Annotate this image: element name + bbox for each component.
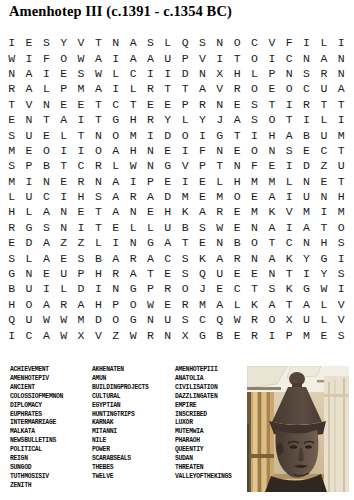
word-item: BUILDINGPROJECTS — [92, 384, 149, 393]
grid-cell-r17c16: S — [263, 281, 280, 296]
grid-cell-r13c20: O — [333, 220, 350, 235]
grid-cell-r3c16: P — [263, 66, 280, 81]
grid-cell-r1c17: F — [281, 35, 298, 50]
grid-cell-r16c8: A — [124, 266, 141, 281]
grid-cell-r19c9: N — [142, 312, 159, 327]
grid-cell-r12c8: N — [124, 204, 141, 219]
grid-cell-r20c5: X — [72, 327, 89, 342]
ceiling-groove — [247, 387, 281, 390]
grid-cell-r18c20: V — [333, 297, 350, 312]
grid-cell-r3c19: R — [315, 66, 332, 81]
word-column-3: AMENHOTEPIIIANATOLIACIVILISATIONDAZZLING… — [175, 366, 232, 482]
grid-cell-r2c9: A — [142, 50, 159, 65]
grid-cell-r4c17: O — [281, 81, 298, 96]
grid-cell-r12c20: M — [333, 204, 350, 219]
grid-cell-r20c17: P — [281, 327, 298, 342]
grid-cell-r5c4: E — [55, 97, 72, 112]
grid-cell-r2c13: I — [211, 50, 228, 65]
grid-cell-r10c7: A — [107, 174, 124, 189]
grid-cell-r18c18: A — [298, 297, 315, 312]
grid-cell-r9c14: N — [228, 158, 245, 173]
grid-cell-r9c17: I — [281, 158, 298, 173]
grid-cell-r14c20: S — [333, 235, 350, 250]
grid-cell-r11c2: U — [20, 189, 37, 204]
grid-cell-r14c13: N — [211, 235, 228, 250]
grid-cell-r19c7: O — [107, 312, 124, 327]
grid-cell-r9c1: S — [3, 158, 20, 173]
grid-cell-r7c15: I — [246, 127, 263, 142]
grid-cell-r8c7: A — [107, 143, 124, 158]
grid-cell-r11c8: R — [124, 189, 141, 204]
grid-cell-r12c16: K — [263, 204, 280, 219]
grid-cell-r13c19: T — [315, 220, 332, 235]
grid-cell-r20c12: G — [194, 327, 211, 342]
grid-cell-r10c5: R — [72, 174, 89, 189]
grid-cell-r15c18: Y — [298, 250, 315, 265]
grid-cell-r19c5: M — [72, 312, 89, 327]
grid-cell-r4c11: T — [176, 81, 193, 96]
grid-cell-r19c13: Q — [211, 312, 228, 327]
word-item: SUNGOD — [10, 464, 63, 473]
grid-cell-r13c3: S — [38, 220, 55, 235]
grid-cell-r5c2: V — [20, 97, 37, 112]
gold-column-stripe — [267, 392, 270, 492]
grid-cell-r15c14: R — [228, 250, 245, 265]
grid-cell-r14c5: Z — [72, 235, 89, 250]
grid-cell-r11c11: M — [176, 189, 193, 204]
grid-cell-r10c17: L — [281, 174, 298, 189]
grid-cell-r19c6: D — [90, 312, 107, 327]
grid-cell-r2c8: A — [124, 50, 141, 65]
grid-cell-r20c6: V — [90, 327, 107, 342]
grid-cell-r1c9: S — [142, 35, 159, 50]
grid-cell-r1c13: N — [211, 35, 228, 50]
grid-cell-r8c3: O — [38, 143, 55, 158]
grid-cell-r18c1: H — [3, 297, 20, 312]
grid-cell-r14c8: N — [124, 235, 141, 250]
grid-cell-r7c18: B — [298, 127, 315, 142]
grid-cell-r5c16: T — [263, 97, 280, 112]
word-item: TWELVE — [92, 473, 149, 482]
grid-cell-r3c7: L — [107, 66, 124, 81]
grid-cell-r16c12: Q — [194, 266, 211, 281]
word-item: EGYPTIAN — [92, 402, 149, 411]
word-item: THREATEN — [175, 464, 232, 473]
grid-cell-r11c3: C — [38, 189, 55, 204]
grid-cell-r6c11: L — [176, 112, 193, 127]
word-item: NEWSBULLETINS — [10, 437, 63, 446]
grid-cell-r9c2: P — [20, 158, 37, 173]
grid-cell-r18c17: T — [281, 297, 298, 312]
grid-cell-r9c7: L — [107, 158, 124, 173]
grid-cell-r17c5: D — [72, 281, 89, 296]
word-item: CULTURAL — [92, 393, 149, 402]
grid-cell-r16c7: R — [107, 266, 124, 281]
grid-cell-r3c11: D — [176, 66, 193, 81]
grid-cell-r18c12: M — [194, 297, 211, 312]
grid-cell-r6c18: I — [298, 112, 315, 127]
grid-cell-r5c12: R — [194, 97, 211, 112]
grid-cell-r18c11: R — [176, 297, 193, 312]
grid-cell-r14c12: E — [194, 235, 211, 250]
grid-cell-r10c19: E — [315, 174, 332, 189]
word-item: MITANNI — [92, 428, 149, 437]
grid-cell-r7c14: T — [228, 127, 245, 142]
grid-cell-r1c1: I — [3, 35, 20, 50]
grid-cell-r1c5: V — [72, 35, 89, 50]
grid-cell-r11c13: M — [211, 189, 228, 204]
gold-column-highlight — [253, 392, 257, 492]
grid-cell-r19c4: W — [55, 312, 72, 327]
grid-cell-r17c1: B — [3, 281, 20, 296]
grid-cell-r19c15: R — [246, 312, 263, 327]
grid-cell-r6c20: I — [333, 112, 350, 127]
grid-cell-r18c16: A — [263, 297, 280, 312]
word-item: ZENITH — [10, 482, 63, 491]
grid-cell-r2c15: O — [246, 50, 263, 65]
grid-cell-r3c14: H — [228, 66, 245, 81]
grid-cell-r4c12: A — [194, 81, 211, 96]
grid-cell-r10c14: H — [228, 174, 245, 189]
grid-cell-r9c16: E — [263, 158, 280, 173]
grid-cell-r19c1: Q — [3, 312, 20, 327]
grid-cell-r1c19: L — [315, 35, 332, 50]
grid-cell-r3c12: N — [194, 66, 211, 81]
grid-cell-r5c13: N — [211, 97, 228, 112]
grid-cell-r7c7: O — [107, 127, 124, 142]
grid-cell-r12c13: R — [211, 204, 228, 219]
grid-cell-r18c10: E — [159, 297, 176, 312]
grid-cell-r6c7: G — [107, 112, 124, 127]
grid-cell-r11c20: H — [333, 189, 350, 204]
grid-cell-r20c2: C — [20, 327, 37, 342]
word-item: SCARABSEALS — [92, 455, 149, 464]
word-item: AMENHOTEPIII — [175, 366, 232, 375]
word-item: COLOSSIOFMEMNON — [10, 393, 63, 402]
word-item: ANCIENT — [10, 384, 63, 393]
grid-cell-r20c18: M — [298, 327, 315, 342]
grid-cell-r13c15: N — [246, 220, 263, 235]
grid-cell-r4c10: T — [159, 81, 176, 96]
grid-cell-r10c9: P — [142, 174, 159, 189]
grid-cell-r5c3: N — [38, 97, 55, 112]
word-item: AMENHOTEPIV — [10, 375, 63, 384]
grid-cell-r5c10: E — [159, 97, 176, 112]
grid-cell-r14c3: A — [38, 235, 55, 250]
grid-cell-r1c3: S — [38, 35, 55, 50]
grid-cell-r8c15: O — [246, 143, 263, 158]
grid-cell-r13c10: U — [159, 220, 176, 235]
grid-cell-r3c4: E — [55, 66, 72, 81]
grid-cell-r13c1: R — [3, 220, 20, 235]
word-item: THEBES — [92, 464, 149, 473]
grid-cell-r7c16: H — [263, 127, 280, 142]
grid-cell-r6c12: Y — [194, 112, 211, 127]
grid-cell-r8c5: I — [72, 143, 89, 158]
grid-cell-r12c17: V — [281, 204, 298, 219]
grid-cell-r10c11: I — [176, 174, 193, 189]
grid-cell-r12c18: M — [298, 204, 315, 219]
grid-cell-r14c10: A — [159, 235, 176, 250]
grid-cell-r16c11: S — [176, 266, 193, 281]
grid-cell-r17c18: G — [298, 281, 315, 296]
word-item: DAZZLINGATEN — [175, 393, 232, 402]
grid-cell-r5c18: R — [298, 97, 315, 112]
gallery-left-edge — [247, 424, 249, 492]
grid-cell-r6c1: E — [3, 112, 20, 127]
grid-cell-r3c13: X — [211, 66, 228, 81]
grid-cell-r19c2: U — [20, 312, 37, 327]
grid-cell-r5c20: T — [333, 97, 350, 112]
grid-cell-r3c17: N — [281, 66, 298, 81]
grid-cell-r19c10: U — [159, 312, 176, 327]
grid-cell-r20c11: X — [176, 327, 193, 342]
grid-cell-r9c20: U — [333, 158, 350, 173]
word-item: SUDAN — [175, 455, 232, 464]
grid-cell-r10c10: E — [159, 174, 176, 189]
grid-cell-r6c8: H — [124, 112, 141, 127]
grid-cell-r7c11: O — [176, 127, 193, 142]
grid-cell-r6c19: L — [315, 112, 332, 127]
grid-cell-r4c18: C — [298, 81, 315, 96]
grid-cell-r10c2: I — [20, 174, 37, 189]
grid-cell-r7c4: L — [55, 127, 72, 142]
grid-cell-r9c3: B — [38, 158, 55, 173]
grid-cell-r16c17: T — [281, 266, 298, 281]
grid-cell-r20c3: A — [38, 327, 55, 342]
grid-cell-r16c13: U — [211, 266, 228, 281]
grid-cell-r14c6: L — [90, 235, 107, 250]
grid-cell-r13c16: A — [263, 220, 280, 235]
grid-cell-r17c8: G — [124, 281, 141, 296]
grid-cell-r2c10: U — [159, 50, 176, 65]
grid-cell-r11c15: E — [246, 189, 263, 204]
grid-cell-r18c19: L — [315, 297, 332, 312]
grid-cell-r2c7: I — [107, 50, 124, 65]
word-item: REIGN — [10, 455, 63, 464]
grid-cell-r20c1: I — [3, 327, 20, 342]
grid-cell-r20c20: S — [333, 327, 350, 342]
grid-cell-r17c3: I — [38, 281, 55, 296]
grid-cell-r5c11: P — [176, 97, 193, 112]
grid-cell-r15c8: R — [124, 250, 141, 265]
word-item: QUEENTIY — [175, 446, 232, 455]
grid-cell-r7c13: G — [211, 127, 228, 142]
grid-cell-r7c2: U — [20, 127, 37, 142]
grid-cell-r3c20: N — [333, 66, 350, 81]
word-item: DIPLOMACY — [10, 402, 63, 411]
grid-cell-r11c4: I — [55, 189, 72, 204]
grid-cell-r15c1: S — [3, 250, 20, 265]
word-item: INTERMARRIAGE — [10, 419, 63, 428]
grid-cell-r18c15: K — [246, 297, 263, 312]
grid-cell-r7c17: A — [281, 127, 298, 142]
grid-cell-r6c13: J — [211, 112, 228, 127]
grid-cell-r3c8: C — [124, 66, 141, 81]
word-item: MUTEMWIA — [175, 428, 232, 437]
grid-cell-r14c18: N — [298, 235, 315, 250]
grid-cell-r13c11: B — [176, 220, 193, 235]
grid-cell-r1c12: S — [194, 35, 211, 50]
grid-cell-r11c19: N — [315, 189, 332, 204]
grid-cell-r13c12: S — [194, 220, 211, 235]
word-item: MALKATA — [10, 428, 63, 437]
grid-cell-r8c17: S — [281, 143, 298, 158]
grid-cell-r18c9: W — [142, 297, 159, 312]
grid-cell-r2c18: N — [298, 50, 315, 65]
grid-cell-r14c4: Z — [55, 235, 72, 250]
word-item: POLITICAL — [10, 446, 63, 455]
grid-cell-r2c19: A — [315, 50, 332, 65]
grid-cell-r6c17: T — [281, 112, 298, 127]
grid-cell-r2c12: V — [194, 50, 211, 65]
grid-cell-r17c17: K — [281, 281, 298, 296]
grid-cell-r13c13: W — [211, 220, 228, 235]
word-item: TUTHMOSISIV — [10, 473, 63, 482]
grid-cell-r3c10: I — [159, 66, 176, 81]
grid-cell-r1c8: A — [124, 35, 141, 50]
grid-cell-r3c3: I — [38, 66, 55, 81]
grid-cell-r2c2: I — [20, 50, 37, 65]
grid-cell-r9c4: T — [55, 158, 72, 173]
grid-cell-r14c19: H — [315, 235, 332, 250]
statue-eye — [305, 445, 312, 448]
grid-cell-r15c11: S — [176, 250, 193, 265]
grid-cell-r6c9: R — [142, 112, 159, 127]
word-item: EUPHRATES — [10, 411, 63, 420]
grid-cell-r14c11: T — [176, 235, 193, 250]
grid-cell-r5c1: T — [3, 97, 20, 112]
grid-cell-r10c16: M — [263, 174, 280, 189]
grid-cell-r18c13: A — [211, 297, 228, 312]
grid-cell-r13c2: G — [20, 220, 37, 235]
grid-cell-r4c14: R — [228, 81, 245, 96]
grid-cell-r8c10: E — [159, 143, 176, 158]
grid-cell-r6c10: Y — [159, 112, 176, 127]
grid-cell-r10c1: M — [3, 174, 20, 189]
grid-cell-r17c13: E — [211, 281, 228, 296]
grid-cell-r7c9: I — [142, 127, 159, 142]
grid-cell-r11c9: A — [142, 189, 159, 204]
grid-cell-r11c7: A — [107, 189, 124, 204]
grid-cell-r11c12: E — [194, 189, 211, 204]
grid-cell-r4c13: V — [211, 81, 228, 96]
word-item: ACHIEVEMENT — [10, 366, 63, 375]
grid-cell-r8c14: E — [228, 143, 245, 158]
grid-cell-r4c20: A — [333, 81, 350, 96]
grid-cell-r15c7: A — [107, 250, 124, 265]
grid-cell-r3c18: S — [298, 66, 315, 81]
grid-cell-r19c11: S — [176, 312, 193, 327]
grid-cell-r9c18: D — [298, 158, 315, 173]
grid-cell-r16c9: T — [142, 266, 159, 281]
grid-cell-r10c20: T — [333, 174, 350, 189]
grid-cell-r19c17: X — [281, 312, 298, 327]
grid-cell-r17c2: U — [20, 281, 37, 296]
grid-cell-r4c15: O — [246, 81, 263, 96]
grid-cell-r7c8: M — [124, 127, 141, 142]
grid-cell-r16c20: S — [333, 266, 350, 281]
grid-cell-r3c5: S — [72, 66, 89, 81]
grid-cell-r15c12: K — [194, 250, 211, 265]
gold-column-stripe — [258, 392, 261, 492]
word-item: KARNAK — [92, 419, 149, 428]
grid-cell-r9c15: F — [246, 158, 263, 173]
grid-cell-r16c16: N — [263, 266, 280, 281]
grid-cell-r16c6: H — [90, 266, 107, 281]
grid-cell-r6c16: O — [263, 112, 280, 127]
grid-cell-r19c16: O — [263, 312, 280, 327]
grid-cell-r3c15: L — [246, 66, 263, 81]
grid-cell-r15c6: B — [90, 250, 107, 265]
grid-cell-r15c9: A — [142, 250, 159, 265]
grid-cell-r13c18: A — [298, 220, 315, 235]
grid-cell-r20c15: R — [246, 327, 263, 342]
grid-cell-r6c2: N — [20, 112, 37, 127]
grid-cell-r20c16: I — [263, 327, 280, 342]
grid-cell-r18c6: H — [90, 297, 107, 312]
grid-cell-r9c5: C — [72, 158, 89, 173]
grid-cell-r8c6: O — [90, 143, 107, 158]
grid-cell-r17c12: J — [194, 281, 211, 296]
grid-cell-r16c10: E — [159, 266, 176, 281]
grid-cell-r6c14: A — [228, 112, 245, 127]
grid-cell-r1c10: L — [159, 35, 176, 50]
grid-cell-r10c6: N — [90, 174, 107, 189]
grid-cell-r18c8: O — [124, 297, 141, 312]
grid-cell-r1c16: V — [263, 35, 280, 50]
grid-cell-r6c15: S — [246, 112, 263, 127]
grid-cell-r15c3: A — [38, 250, 55, 265]
grid-cell-r16c19: Y — [315, 266, 332, 281]
grid-cell-r16c2: N — [20, 266, 37, 281]
grid-cell-r14c14: B — [228, 235, 245, 250]
word-item: HUNTINGTRIPS — [92, 411, 149, 420]
grid-cell-r12c19: I — [315, 204, 332, 219]
grid-cell-r20c7: Z — [107, 327, 124, 342]
grid-cell-r14c15: O — [246, 235, 263, 250]
statue-photo — [247, 366, 349, 492]
grid-cell-r19c8: G — [124, 312, 141, 327]
grid-cell-r16c1: G — [3, 266, 20, 281]
grid-cell-r7c19: U — [315, 127, 332, 142]
grid-cell-r12c6: T — [90, 204, 107, 219]
pilaster — [324, 376, 349, 492]
grid-cell-r11c17: I — [281, 189, 298, 204]
grid-cell-r11c5: H — [72, 189, 89, 204]
word-item: EMPIRE — [175, 402, 232, 411]
grid-cell-r10c3: N — [38, 174, 55, 189]
word-item: ANATOLIA — [175, 375, 232, 384]
grid-cell-r7c3: E — [38, 127, 55, 142]
grid-cell-r5c7: C — [107, 97, 124, 112]
grid-cell-r15c13: A — [211, 250, 228, 265]
grid-cell-r9c11: V — [176, 158, 193, 173]
grid-cell-r19c19: L — [315, 312, 332, 327]
grid-cell-r15c5: S — [72, 250, 89, 265]
word-item: AKHENATEN — [92, 366, 149, 375]
grid-cell-r4c4: P — [55, 81, 72, 96]
grid-cell-r12c7: A — [107, 204, 124, 219]
grid-cell-r19c18: U — [298, 312, 315, 327]
grid-cell-r17c20: I — [333, 281, 350, 296]
grid-cell-r12c3: A — [38, 204, 55, 219]
grid-cell-r5c9: E — [142, 97, 159, 112]
grid-cell-r13c4: N — [55, 220, 72, 235]
grid-cell-r3c2: A — [20, 66, 37, 81]
grid-cell-r4c16: E — [263, 81, 280, 96]
grid-cell-r20c9: R — [142, 327, 159, 342]
